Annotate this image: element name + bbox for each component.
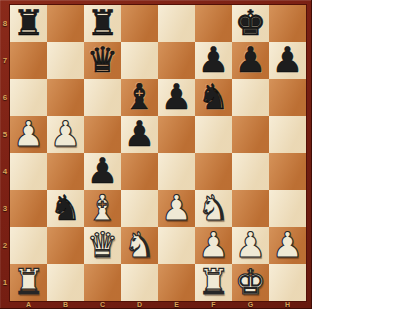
square-a1[interactable]: ♜: [10, 264, 47, 301]
square-c2[interactable]: ♛: [84, 227, 121, 264]
white-queen-c2-piece[interactable]: ♛: [87, 227, 118, 264]
rank-label-6: 6: [0, 79, 10, 116]
square-b6[interactable]: [47, 79, 84, 116]
square-g4[interactable]: [232, 153, 269, 190]
chess-board: 87654321 ♜♜♚♛♟♟♟♝♟♞♟♟♟♟♞♝♟♞♛♞♟♟♟♜♜♚ ABCD…: [0, 0, 312, 309]
rank-labels: 87654321: [0, 5, 10, 301]
square-h6[interactable]: [269, 79, 306, 116]
square-a3[interactable]: [10, 190, 47, 227]
square-f4[interactable]: [195, 153, 232, 190]
square-e6[interactable]: ♟: [158, 79, 195, 116]
white-pawn-e3-piece[interactable]: ♟: [161, 190, 192, 227]
square-c6[interactable]: [84, 79, 121, 116]
square-g2[interactable]: ♟: [232, 227, 269, 264]
square-b8[interactable]: [47, 5, 84, 42]
square-d1[interactable]: [121, 264, 158, 301]
square-g1[interactable]: ♚: [232, 264, 269, 301]
square-d3[interactable]: [121, 190, 158, 227]
square-c3[interactable]: ♝: [84, 190, 121, 227]
white-bishop-c3-piece[interactable]: ♝: [87, 190, 118, 227]
square-e7[interactable]: [158, 42, 195, 79]
file-label-d: D: [121, 301, 158, 309]
black-pawn-d5-piece[interactable]: ♟: [124, 116, 155, 153]
white-knight-f3-piece[interactable]: ♞: [198, 190, 229, 227]
file-label-b: B: [47, 301, 84, 309]
rank-label-3: 3: [0, 190, 10, 227]
rank-label-2: 2: [0, 227, 10, 264]
square-e8[interactable]: [158, 5, 195, 42]
square-f5[interactable]: [195, 116, 232, 153]
file-label-h: H: [269, 301, 306, 309]
black-king-g8-piece[interactable]: ♚: [235, 5, 266, 42]
white-pawn-g2-piece[interactable]: ♟: [235, 227, 266, 264]
square-g8[interactable]: ♚: [232, 5, 269, 42]
black-rook-a8-piece[interactable]: ♜: [13, 5, 44, 42]
page: 87654321 ♜♜♚♛♟♟♟♝♟♞♟♟♟♟♞♝♟♞♛♞♟♟♟♜♜♚ ABCD…: [0, 0, 414, 311]
file-label-a: A: [10, 301, 47, 309]
rank-label-8: 8: [0, 5, 10, 42]
file-label-e: E: [158, 301, 195, 309]
square-h5[interactable]: [269, 116, 306, 153]
square-c4[interactable]: ♟: [84, 153, 121, 190]
white-pawn-h2-piece[interactable]: ♟: [272, 227, 303, 264]
square-b5[interactable]: ♟: [47, 116, 84, 153]
square-f8[interactable]: [195, 5, 232, 42]
square-e3[interactable]: ♟: [158, 190, 195, 227]
black-pawn-f7-piece[interactable]: ♟: [198, 42, 229, 79]
square-f1[interactable]: ♜: [195, 264, 232, 301]
rank-label-4: 4: [0, 153, 10, 190]
white-rook-a1-piece[interactable]: ♜: [13, 264, 44, 301]
square-d4[interactable]: [121, 153, 158, 190]
square-d2[interactable]: ♞: [121, 227, 158, 264]
black-knight-b3-piece[interactable]: ♞: [50, 190, 81, 227]
board-squares: ♜♜♚♛♟♟♟♝♟♞♟♟♟♟♞♝♟♞♛♞♟♟♟♜♜♚: [10, 5, 306, 301]
square-a5[interactable]: ♟: [10, 116, 47, 153]
white-king-g1-piece[interactable]: ♚: [235, 264, 266, 301]
square-f3[interactable]: ♞: [195, 190, 232, 227]
square-b4[interactable]: [47, 153, 84, 190]
square-f2[interactable]: ♟: [195, 227, 232, 264]
square-h7[interactable]: ♟: [269, 42, 306, 79]
square-a7[interactable]: [10, 42, 47, 79]
square-a4[interactable]: [10, 153, 47, 190]
square-h1[interactable]: [269, 264, 306, 301]
black-rook-c8-piece[interactable]: ♜: [87, 5, 118, 42]
square-c7[interactable]: ♛: [84, 42, 121, 79]
rank-label-1: 1: [0, 264, 10, 301]
square-d7[interactable]: [121, 42, 158, 79]
square-g7[interactable]: ♟: [232, 42, 269, 79]
square-g3[interactable]: [232, 190, 269, 227]
square-c5[interactable]: [84, 116, 121, 153]
white-rook-f1-piece[interactable]: ♜: [198, 264, 229, 301]
square-b7[interactable]: [47, 42, 84, 79]
square-b1[interactable]: [47, 264, 84, 301]
square-h2[interactable]: ♟: [269, 227, 306, 264]
square-e1[interactable]: [158, 264, 195, 301]
black-pawn-h7-piece[interactable]: ♟: [272, 42, 303, 79]
file-label-g: G: [232, 301, 269, 309]
square-h4[interactable]: [269, 153, 306, 190]
square-d8[interactable]: [121, 5, 158, 42]
white-pawn-b5-piece[interactable]: ♟: [50, 116, 81, 153]
square-d6[interactable]: ♝: [121, 79, 158, 116]
square-h3[interactable]: [269, 190, 306, 227]
square-e2[interactable]: [158, 227, 195, 264]
black-pawn-c4-piece[interactable]: ♟: [87, 153, 118, 190]
black-knight-f6-piece[interactable]: ♞: [198, 79, 229, 116]
square-c8[interactable]: ♜: [84, 5, 121, 42]
rank-label-5: 5: [0, 116, 10, 153]
square-a2[interactable]: [10, 227, 47, 264]
square-b2[interactable]: [47, 227, 84, 264]
file-label-c: C: [84, 301, 121, 309]
white-knight-d2-piece[interactable]: ♞: [124, 227, 155, 264]
square-b3[interactable]: ♞: [47, 190, 84, 227]
square-a6[interactable]: [10, 79, 47, 116]
black-bishop-d6-piece[interactable]: ♝: [124, 79, 155, 116]
square-g5[interactable]: [232, 116, 269, 153]
black-queen-c7-piece[interactable]: ♛: [87, 42, 118, 79]
black-pawn-e6-piece[interactable]: ♟: [161, 79, 192, 116]
square-g6[interactable]: [232, 79, 269, 116]
white-pawn-f2-piece[interactable]: ♟: [198, 227, 229, 264]
square-e4[interactable]: [158, 153, 195, 190]
white-pawn-a5-piece[interactable]: ♟: [13, 116, 44, 153]
square-d5[interactable]: ♟: [121, 116, 158, 153]
file-labels: ABCDEFGH: [10, 301, 306, 309]
square-e5[interactable]: [158, 116, 195, 153]
square-f7[interactable]: ♟: [195, 42, 232, 79]
square-a8[interactable]: ♜: [10, 5, 47, 42]
rank-label-7: 7: [0, 42, 10, 79]
black-pawn-g7-piece[interactable]: ♟: [235, 42, 266, 79]
square-h8[interactable]: [269, 5, 306, 42]
square-c1[interactable]: [84, 264, 121, 301]
file-label-f: F: [195, 301, 232, 309]
square-f6[interactable]: ♞: [195, 79, 232, 116]
